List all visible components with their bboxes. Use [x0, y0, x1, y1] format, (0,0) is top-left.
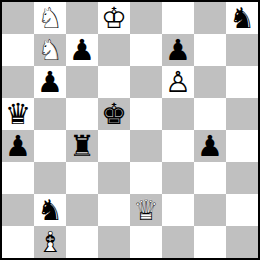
- square-b7[interactable]: ♞♘: [34, 34, 66, 66]
- square-h1[interactable]: [226, 226, 258, 258]
- square-a7[interactable]: [2, 34, 34, 66]
- square-a6[interactable]: [2, 66, 34, 98]
- square-g8[interactable]: [194, 2, 226, 34]
- square-a5[interactable]: ♛: [2, 98, 34, 130]
- square-f7[interactable]: ♟: [162, 34, 194, 66]
- square-d4[interactable]: [98, 130, 130, 162]
- piece-white-queen: ♛♕: [130, 194, 162, 226]
- square-h3[interactable]: [226, 162, 258, 194]
- piece-black-rook: ♜: [66, 130, 98, 162]
- square-a3[interactable]: [2, 162, 34, 194]
- square-e5[interactable]: [130, 98, 162, 130]
- square-b4[interactable]: [34, 130, 66, 162]
- square-e6[interactable]: [130, 66, 162, 98]
- square-d8[interactable]: ♚♔: [98, 2, 130, 34]
- square-e3[interactable]: [130, 162, 162, 194]
- square-d5[interactable]: ♚: [98, 98, 130, 130]
- square-g1[interactable]: [194, 226, 226, 258]
- square-h7[interactable]: [226, 34, 258, 66]
- square-f3[interactable]: [162, 162, 194, 194]
- square-f6[interactable]: ♟♙: [162, 66, 194, 98]
- square-b2[interactable]: ♞: [34, 194, 66, 226]
- square-b5[interactable]: [34, 98, 66, 130]
- square-c1[interactable]: [66, 226, 98, 258]
- square-f5[interactable]: [162, 98, 194, 130]
- square-h6[interactable]: [226, 66, 258, 98]
- piece-white-king: ♚♔: [98, 2, 130, 34]
- square-a8[interactable]: [2, 2, 34, 34]
- piece-white-knight: ♞♘: [34, 34, 66, 66]
- square-d2[interactable]: [98, 194, 130, 226]
- square-h5[interactable]: [226, 98, 258, 130]
- piece-black-pawn: ♟: [34, 66, 66, 98]
- square-c8[interactable]: [66, 2, 98, 34]
- piece-black-pawn: ♟: [162, 34, 194, 66]
- square-c2[interactable]: [66, 194, 98, 226]
- square-e8[interactable]: [130, 2, 162, 34]
- square-f2[interactable]: [162, 194, 194, 226]
- square-d3[interactable]: [98, 162, 130, 194]
- square-g4[interactable]: ♟: [194, 130, 226, 162]
- square-e1[interactable]: [130, 226, 162, 258]
- square-a2[interactable]: [2, 194, 34, 226]
- square-e7[interactable]: [130, 34, 162, 66]
- piece-black-knight: ♞: [226, 2, 258, 34]
- square-h2[interactable]: [226, 194, 258, 226]
- square-h8[interactable]: ♞: [226, 2, 258, 34]
- square-c6[interactable]: [66, 66, 98, 98]
- piece-black-king: ♚: [98, 98, 130, 130]
- square-f1[interactable]: [162, 226, 194, 258]
- square-a4[interactable]: ♟: [2, 130, 34, 162]
- square-c7[interactable]: ♟: [66, 34, 98, 66]
- square-g5[interactable]: [194, 98, 226, 130]
- square-g7[interactable]: [194, 34, 226, 66]
- piece-black-pawn: ♟: [2, 130, 34, 162]
- chess-board: ♞♘♚♔♞♞♘♟♟♟♟♙♛♚♟♜♟♞♛♕♝♗: [0, 0, 260, 260]
- square-c5[interactable]: [66, 98, 98, 130]
- square-h4[interactable]: [226, 130, 258, 162]
- square-c3[interactable]: [66, 162, 98, 194]
- chess-diagram: ♞♘♚♔♞♞♘♟♟♟♟♙♛♚♟♜♟♞♛♕♝♗: [0, 0, 260, 260]
- square-d6[interactable]: [98, 66, 130, 98]
- piece-white-pawn: ♟♙: [162, 66, 194, 98]
- piece-white-bishop: ♝♗: [34, 226, 66, 258]
- square-e2[interactable]: ♛♕: [130, 194, 162, 226]
- square-b6[interactable]: ♟: [34, 66, 66, 98]
- square-b3[interactable]: [34, 162, 66, 194]
- square-d1[interactable]: [98, 226, 130, 258]
- square-e4[interactable]: [130, 130, 162, 162]
- square-c4[interactable]: ♜: [66, 130, 98, 162]
- square-g2[interactable]: [194, 194, 226, 226]
- square-b1[interactable]: ♝♗: [34, 226, 66, 258]
- square-f4[interactable]: [162, 130, 194, 162]
- piece-black-pawn: ♟: [194, 130, 226, 162]
- piece-black-knight: ♞: [34, 194, 66, 226]
- square-g6[interactable]: [194, 66, 226, 98]
- piece-black-pawn: ♟: [66, 34, 98, 66]
- square-a1[interactable]: [2, 226, 34, 258]
- square-b8[interactable]: ♞♘: [34, 2, 66, 34]
- square-d7[interactable]: [98, 34, 130, 66]
- square-g3[interactable]: [194, 162, 226, 194]
- piece-black-queen: ♛: [2, 98, 34, 130]
- piece-white-knight: ♞♘: [34, 2, 66, 34]
- square-f8[interactable]: [162, 2, 194, 34]
